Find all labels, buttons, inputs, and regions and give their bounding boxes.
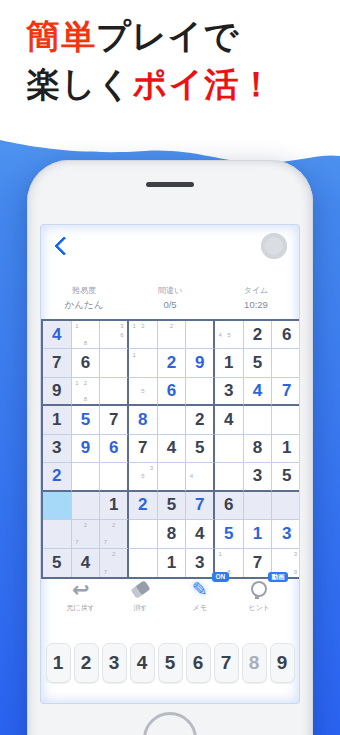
cell-r8c6[interactable]: 4 — [186, 520, 215, 548]
cell-r3c1[interactable]: 9 — [43, 378, 72, 406]
stat-time: タイム 10:29 — [213, 285, 299, 312]
cell-r7c6[interactable]: 7 — [186, 492, 215, 520]
cell-r3c5[interactable]: 6 — [158, 378, 187, 406]
cell-r6c1[interactable]: 2 — [43, 463, 72, 491]
numpad-key-3[interactable]: 3 — [102, 643, 127, 683]
cell-r1c8[interactable]: 2 — [244, 321, 273, 349]
pencil-marks: 2 — [159, 322, 185, 347]
sudoku-board: 4183612245267612915912856347157824396745… — [41, 319, 300, 579]
cell-r1c1[interactable]: 4 — [43, 321, 72, 349]
mistakes-value: 0/5 — [127, 299, 213, 310]
eraser-icon — [130, 580, 150, 599]
cell-r4c6[interactable]: 2 — [186, 406, 215, 434]
cell-r5c9[interactable]: 1 — [272, 435, 300, 463]
cell-r3c6[interactable] — [186, 378, 215, 406]
cell-r6c4[interactable]: 35 — [129, 463, 158, 491]
cell-r5c8[interactable]: 8 — [244, 435, 273, 463]
cell-r3c8[interactable]: 4 — [244, 378, 273, 406]
memo-label: メモ — [175, 603, 225, 613]
erase-label: 消す — [115, 603, 165, 613]
cell-r8c7[interactable]: 5 — [215, 520, 244, 548]
cell-r1c7[interactable]: 45 — [215, 321, 244, 349]
round-icon-button[interactable] — [261, 233, 287, 259]
pencil-marks: 36 — [101, 322, 126, 347]
cell-r1c9[interactable]: 6 — [272, 321, 300, 349]
cell-r7c4[interactable]: 2 — [129, 492, 158, 520]
cell-r9c1[interactable]: 5 — [43, 549, 72, 577]
cell-r2c7[interactable]: 1 — [215, 349, 244, 377]
cell-r4c7[interactable]: 4 — [215, 406, 244, 434]
pencil-marks: 35 — [130, 464, 156, 488]
app-screen: 難易度 かんたん 間違い 0/5 タイム 10:29 4183612245267… — [40, 224, 300, 704]
hint-video-badge: 動画 — [268, 572, 288, 582]
cell-r5c3[interactable]: 6 — [100, 435, 129, 463]
cell-r1c4[interactable]: 12 — [129, 321, 158, 349]
numpad: 123456789 — [41, 643, 299, 683]
cell-r6c8[interactable]: 3 — [244, 463, 273, 491]
undo-button[interactable]: ↩ 元に戻す — [56, 577, 106, 613]
memo-button[interactable]: ON ✎ メモ — [175, 577, 225, 613]
cell-r9c4[interactable] — [129, 549, 158, 577]
cell-r2c3[interactable] — [100, 349, 129, 377]
mistakes-label: 間違い — [127, 285, 213, 296]
difficulty-label: 難易度 — [41, 285, 127, 296]
headline-line1: 簡単プレイで — [26, 12, 239, 60]
pencil-marks: 18 — [73, 322, 99, 347]
cell-r8c3[interactable]: 27 — [100, 520, 129, 548]
cell-r6c7[interactable] — [215, 463, 244, 491]
cell-r7c3[interactable]: 1 — [100, 492, 129, 520]
cell-r3c4[interactable]: 5 — [129, 378, 158, 406]
headline-segment: 簡単 — [26, 17, 96, 55]
headline-segment: 楽しく — [26, 65, 133, 103]
cell-r5c2[interactable]: 9 — [72, 435, 101, 463]
cell-r8c4[interactable] — [129, 520, 158, 548]
cell-r2c2[interactable]: 6 — [72, 349, 101, 377]
cell-r5c5[interactable]: 4 — [158, 435, 187, 463]
cell-r3c7[interactable]: 3 — [215, 378, 244, 406]
undo-icon: ↩ — [72, 579, 90, 600]
cell-r9c6[interactable]: 3 — [186, 549, 215, 577]
cell-r6c2[interactable] — [72, 463, 101, 491]
cell-r6c9[interactable]: 5 — [272, 463, 300, 491]
cell-r1c6[interactable] — [186, 321, 215, 349]
memo-on-badge: ON — [212, 572, 229, 582]
lightbulb-icon — [251, 581, 267, 597]
pencil-marks: 128 — [73, 379, 99, 403]
toolbar: ↩ 元に戻す 消す ON ✎ メモ 動画 ヒント — [41, 577, 299, 613]
pencil-marks: 27 — [73, 521, 99, 546]
cell-r7c7[interactable]: 6 — [215, 492, 244, 520]
cell-r2c6[interactable]: 9 — [186, 349, 215, 377]
headline-segment: プレイで — [96, 17, 239, 55]
cell-r8c5[interactable]: 8 — [158, 520, 187, 548]
cell-r7c2[interactable] — [72, 492, 101, 520]
headline-banner: 簡単プレイで 楽しくポイ活！ — [0, 0, 340, 132]
cell-r7c5[interactable]: 5 — [158, 492, 187, 520]
headline-line2: 楽しくポイ活！ — [26, 60, 274, 108]
cell-r7c9[interactable] — [272, 492, 300, 520]
numpad-key-1[interactable]: 1 — [46, 643, 71, 683]
cell-r4c2[interactable]: 5 — [72, 406, 101, 434]
cell-r5c6[interactable]: 5 — [186, 435, 215, 463]
hint-label: ヒント — [234, 603, 284, 613]
pencil-marks: 27 — [101, 550, 126, 576]
cell-r4c4[interactable]: 8 — [129, 406, 158, 434]
cell-r3c2[interactable]: 128 — [72, 378, 101, 406]
cell-r2c9[interactable] — [272, 349, 300, 377]
cell-r5c4[interactable]: 7 — [129, 435, 158, 463]
stats-row: 難易度 かんたん 間違い 0/5 タイム 10:29 — [41, 285, 299, 312]
cell-r1c2[interactable]: 18 — [72, 321, 101, 349]
numpad-key-5[interactable]: 5 — [158, 643, 183, 683]
phone-mockup: 難易度 かんたん 間違い 0/5 タイム 10:29 4183612245267… — [27, 160, 313, 735]
cell-r4c3[interactable]: 7 — [100, 406, 129, 434]
pencil-marks: 4 — [187, 464, 212, 488]
cell-r5c1[interactable]: 3 — [43, 435, 72, 463]
cell-r6c6[interactable]: 4 — [186, 463, 215, 491]
cell-r4c9[interactable] — [272, 406, 300, 434]
stat-mistakes: 間違い 0/5 — [127, 285, 213, 312]
numpad-key-4[interactable]: 4 — [130, 643, 155, 683]
cell-r7c8[interactable] — [244, 492, 273, 520]
pencil-marks: 1 — [130, 350, 156, 375]
erase-button[interactable]: 消す — [115, 577, 165, 613]
cell-r6c5[interactable] — [158, 463, 187, 491]
hint-button[interactable]: 動画 ヒント — [234, 577, 284, 613]
pencil-marks: 27 — [101, 521, 126, 546]
cell-r1c3[interactable]: 36 — [100, 321, 129, 349]
cell-r4c8[interactable] — [244, 406, 273, 434]
cell-r9c3[interactable]: 27 — [100, 549, 129, 577]
cell-r2c5[interactable]: 2 — [158, 349, 187, 377]
cell-r1c5[interactable]: 2 — [158, 321, 187, 349]
cell-r2c8[interactable]: 5 — [244, 349, 273, 377]
cell-r3c9[interactable]: 7 — [272, 378, 300, 406]
cell-r2c1[interactable]: 7 — [43, 349, 72, 377]
pencil-marks: 45 — [216, 322, 242, 347]
pencil-marks: 5 — [130, 379, 156, 403]
cell-r4c5[interactable] — [158, 406, 187, 434]
numpad-key-9[interactable]: 9 — [270, 643, 295, 683]
numpad-key-2[interactable]: 2 — [74, 643, 99, 683]
time-value: 10:29 — [213, 299, 299, 310]
time-label: タイム — [213, 285, 299, 296]
cell-r2c4[interactable]: 1 — [129, 349, 158, 377]
cell-r4c1[interactable]: 1 — [43, 406, 72, 434]
cell-r8c9[interactable]: 3 — [272, 520, 300, 548]
cell-r6c3[interactable] — [100, 463, 129, 491]
stat-difficulty: 難易度 かんたん — [41, 285, 127, 312]
cell-r5c7[interactable] — [215, 435, 244, 463]
headline-segment: ポイ活！ — [133, 65, 275, 103]
cell-r3c3[interactable] — [100, 378, 129, 406]
undo-label: 元に戻す — [56, 603, 106, 613]
cell-r8c1[interactable] — [43, 520, 72, 548]
back-chevron-icon[interactable] — [54, 236, 74, 256]
numpad-key-6[interactable]: 6 — [186, 643, 211, 683]
home-button[interactable] — [143, 712, 197, 735]
pencil-icon: ✎ — [192, 580, 208, 599]
numpad-key-7[interactable]: 7 — [214, 643, 239, 683]
difficulty-value: かんたん — [41, 299, 127, 312]
cell-r9c2[interactable]: 4 — [72, 549, 101, 577]
pencil-marks: 12 — [130, 322, 156, 347]
cell-r7c1[interactable] — [43, 492, 72, 520]
numpad-key-8[interactable]: 8 — [242, 643, 267, 683]
cell-r8c2[interactable]: 27 — [72, 520, 101, 548]
cell-r8c8[interactable]: 1 — [244, 520, 273, 548]
speaker-bar-icon — [146, 182, 194, 187]
cell-r9c5[interactable]: 1 — [158, 549, 187, 577]
